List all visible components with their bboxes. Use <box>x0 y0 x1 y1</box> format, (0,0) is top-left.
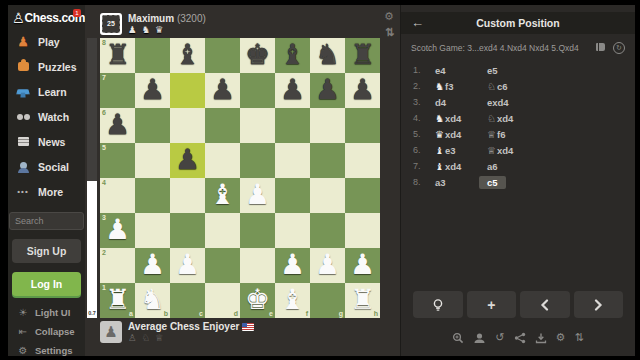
square-g5[interactable] <box>310 143 345 178</box>
sidebar: ♙ Chess.com 1 ♟PlayPuzzlesLearnWatchNews… <box>8 5 85 356</box>
panel-title: Custom Position <box>401 17 635 29</box>
move-row: 6.♝e3♕xd4 <box>401 142 635 158</box>
file-label: a <box>129 310 133 317</box>
square-a6[interactable]: 6♟ <box>100 108 135 143</box>
white-pawn: ♟ <box>135 248 170 283</box>
file-label: f <box>306 310 308 317</box>
square-e8[interactable]: ♚ <box>240 38 275 73</box>
white-move[interactable]: d4 <box>435 97 487 108</box>
piece-icon: ♞ <box>435 113 444 124</box>
controls-row: + <box>413 291 623 318</box>
utility-label: Collapse <box>35 326 75 337</box>
black-king: ♚ <box>240 38 275 73</box>
white-move[interactable]: ♞xd4 <box>435 113 487 124</box>
pawn-logo-icon: ♙ <box>12 11 25 25</box>
square-h8[interactable]: ♜ <box>345 38 380 73</box>
sidebar-item-label: Puzzles <box>38 61 77 73</box>
move-number: 3. <box>413 97 435 107</box>
black-rook: ♜ <box>345 38 380 73</box>
square-e6[interactable] <box>240 108 275 143</box>
square-f4[interactable] <box>275 178 310 213</box>
sidebar-item-watch[interactable]: Watch <box>8 104 85 129</box>
square-c5[interactable]: ♟ <box>170 143 205 178</box>
square-e5[interactable] <box>240 143 275 178</box>
white-move[interactable]: ♝xd4 <box>435 161 487 172</box>
square-d8[interactable] <box>205 38 240 73</box>
square-g2[interactable]: ♟ <box>310 248 345 283</box>
square-d7[interactable]: ♟ <box>205 73 240 108</box>
square-a5[interactable]: 5 <box>100 143 135 178</box>
opening-row: Scotch Game: 3...exd4 4.Nxd4 Nxd4 5.Qxd4… <box>401 34 635 58</box>
watch-icon <box>14 114 32 120</box>
bottom-captured-pieces: ♙ ♘ ♕ <box>128 332 254 343</box>
square-a1[interactable]: 1a♜ <box>100 283 135 318</box>
log-in-button[interactable]: Log In <box>12 272 81 296</box>
settings-icon: ⚙ <box>16 345 30 356</box>
top-player-row: 25 Maximum (3200) ♟ ♞ ♛ <box>100 13 206 35</box>
piece-icon: ♕ <box>487 145 496 156</box>
news-icon <box>14 137 32 146</box>
retry-icon[interactable]: ↺ <box>495 332 504 344</box>
square-f8[interactable]: ♝ <box>275 38 310 73</box>
sidebar-item-more[interactable]: •••More <box>8 179 85 204</box>
square-h5[interactable] <box>345 143 380 178</box>
back-arrow-icon[interactable]: ← <box>411 12 424 34</box>
top-player-rating: (3200) <box>177 13 206 24</box>
black-pawn: ♟ <box>170 143 205 178</box>
square-f6[interactable] <box>275 108 310 143</box>
move-number: 8. <box>413 177 435 187</box>
rank-label: 1 <box>102 284 106 291</box>
square-d5[interactable] <box>205 143 240 178</box>
share-icon[interactable] <box>514 332 526 344</box>
light-icon: ☀ <box>16 307 30 318</box>
sidebar-item-play[interactable]: ♟Play <box>8 29 85 54</box>
black-knight: ♞ <box>310 38 345 73</box>
opening-name[interactable]: Scotch Game: 3...exd4 4.Nxd4 Nxd4 5.Qxd4 <box>411 43 588 53</box>
square-b1[interactable]: b♞ <box>135 283 170 318</box>
move-row: 4.♞xd4♘xd4 <box>401 110 635 126</box>
search-input[interactable] <box>9 212 84 230</box>
black-pawn: ♟ <box>345 73 380 108</box>
file-label: h <box>374 310 378 317</box>
square-h2[interactable]: ♟ <box>345 248 380 283</box>
move-number: 1. <box>413 65 435 75</box>
opening-book-icon[interactable] <box>596 43 605 53</box>
square-e2[interactable] <box>240 248 275 283</box>
square-h3[interactable] <box>345 213 380 248</box>
chevron-right-icon <box>593 299 603 311</box>
move-number: 4. <box>413 113 435 123</box>
engine-level-label: 25 <box>102 15 120 33</box>
square-a4[interactable]: 4 <box>100 178 135 213</box>
square-c8[interactable]: ♝ <box>170 38 205 73</box>
square-g7[interactable]: ♟ <box>310 73 345 108</box>
square-b5[interactable] <box>135 143 170 178</box>
white-bishop: ♝ <box>205 178 240 213</box>
rank-label: 8 <box>102 39 106 46</box>
white-move[interactable]: ♞f3 <box>435 81 487 92</box>
move-number: 5. <box>413 129 435 139</box>
square-e7[interactable] <box>240 73 275 108</box>
square-h6[interactable] <box>345 108 380 143</box>
black-pawn: ♟ <box>310 73 345 108</box>
flip-board-icon[interactable]: ⇅ <box>574 332 583 344</box>
white-pawn: ♟ <box>345 248 380 283</box>
white-pawn: ♟ <box>275 248 310 283</box>
sidebar-item-news[interactable]: News <box>8 129 85 154</box>
square-f1[interactable]: f♝ <box>275 283 310 318</box>
square-a2[interactable]: 2 <box>100 248 135 283</box>
square-a8[interactable]: 8♜ <box>100 38 135 73</box>
board-area: 25 Maximum (3200) ♟ ♞ ♛ ⚙ ⇅ 0.7 8♜♝♚♝♞♜7… <box>85 5 400 356</box>
move-row: 3.d4exd4 <box>401 94 635 110</box>
square-f3[interactable] <box>275 213 310 248</box>
utility-item-light[interactable]: ☀Light UI <box>8 303 85 321</box>
file-label: c <box>199 310 203 317</box>
sidebar-item-puzzles[interactable]: Puzzles <box>8 54 85 79</box>
piece-icon: ♘ <box>487 81 496 92</box>
move-row: 1.e4e5 <box>401 62 635 78</box>
utility-item-settings[interactable]: ⚙Settings <box>8 341 85 359</box>
white-pawn: ♟ <box>310 248 345 283</box>
square-g4[interactable] <box>310 178 345 213</box>
file-label: d <box>234 310 238 317</box>
rank-label: 3 <box>102 214 106 221</box>
more-icon: ••• <box>14 187 32 196</box>
sidebar-item-label: More <box>38 186 63 198</box>
bottom-player-name[interactable]: Average Chess Enjoyer <box>128 321 254 332</box>
square-c7[interactable] <box>170 73 205 108</box>
white-move[interactable]: ♛xd4 <box>435 129 487 140</box>
piece-icon: ♘ <box>487 113 496 124</box>
move-row: 7.♝xd4a6 <box>401 158 635 174</box>
sidebar-item-label: Play <box>38 36 60 48</box>
black-pawn: ♟ <box>275 73 310 108</box>
sidebar-nav: ♟PlayPuzzlesLearnWatchNewsSocial•••More <box>8 29 85 204</box>
move-number: 6. <box>413 145 435 155</box>
square-c3[interactable] <box>170 213 205 248</box>
move-row: 2.♞f3♘c6 <box>401 78 635 94</box>
square-a7[interactable]: 7 <box>100 73 135 108</box>
analysis-panel: ← Custom Position Scotch Game: 3...exd4 … <box>400 5 635 356</box>
engine-avatar[interactable]: 25 <box>100 13 122 35</box>
notification-badge: 1 <box>73 9 81 17</box>
black-pawn: ♟ <box>135 73 170 108</box>
chesscom-logo[interactable]: ♙ Chess.com 1 <box>8 5 85 29</box>
social-icon <box>14 165 32 169</box>
sidebar-item-label: Social <box>38 161 69 173</box>
square-d6[interactable] <box>205 108 240 143</box>
square-d1[interactable]: d <box>205 283 240 318</box>
square-c1[interactable]: c <box>170 283 205 318</box>
black-move[interactable]: exd4 <box>487 97 539 108</box>
black-move[interactable]: ♘xd4 <box>487 113 539 124</box>
sign-up-button[interactable]: Sign Up <box>12 239 81 263</box>
square-g1[interactable]: g <box>310 283 345 318</box>
square-c6[interactable] <box>170 108 205 143</box>
square-g3[interactable] <box>310 213 345 248</box>
move-row: 8.a3c5 <box>401 174 635 190</box>
square-f7[interactable]: ♟ <box>275 73 310 108</box>
square-f5[interactable] <box>275 143 310 178</box>
bottom-player-row: ♟ Average Chess Enjoyer ♙ ♘ ♕ <box>100 321 254 343</box>
rank-label: 5 <box>102 144 106 151</box>
play-icon: ♟ <box>14 34 32 49</box>
square-d2[interactable] <box>205 248 240 283</box>
hint-button[interactable] <box>413 291 463 318</box>
sidebar-item-learn[interactable]: Learn <box>8 79 85 104</box>
piece-icon: ♕ <box>487 129 496 140</box>
zoom-icon[interactable] <box>452 332 464 344</box>
file-label: e <box>269 310 273 317</box>
square-a3[interactable]: 3♟ <box>100 213 135 248</box>
board-settings-icon[interactable]: ⚙ <box>384 10 394 23</box>
settings-icon[interactable]: ⚙ <box>556 332 566 344</box>
square-e3[interactable] <box>240 213 275 248</box>
square-b8[interactable] <box>135 38 170 73</box>
top-captured-pieces: ♟ ♞ ♛ <box>128 24 206 35</box>
evaluation-bar: 0.7 <box>87 38 97 318</box>
sidebar-item-label: Watch <box>38 111 69 123</box>
rank-label: 7 <box>102 74 106 81</box>
puzzles-icon <box>14 62 32 71</box>
rank-label: 6 <box>102 109 106 116</box>
square-b2[interactable]: ♟ <box>135 248 170 283</box>
move-number: 7. <box>413 161 435 171</box>
sidebar-utilities: ☀Light UI⇤Collapse⚙Settings?Help <box>8 303 85 360</box>
file-label: b <box>164 310 168 317</box>
black-move[interactable]: ♕xd4 <box>487 145 539 156</box>
black-move[interactable]: c5 <box>479 176 506 189</box>
square-c4[interactable] <box>170 178 205 213</box>
square-d4[interactable]: ♝ <box>205 178 240 213</box>
square-b4[interactable] <box>135 178 170 213</box>
eval-black-section <box>87 38 97 181</box>
sidebar-item-label: News <box>38 136 65 148</box>
piece-icon: ♝ <box>435 161 444 172</box>
white-move[interactable]: e4 <box>435 65 487 76</box>
user-avatar[interactable]: ♟ <box>100 321 122 343</box>
chevron-left-icon <box>540 299 550 311</box>
eval-score: 0.7 <box>87 310 97 316</box>
move-list: 1.e4e52.♞f3♘c63.d4exd44.♞xd4♘xd45.♛xd4♕f… <box>401 62 635 190</box>
flip-board-icon[interactable]: ⇅ <box>385 26 394 39</box>
white-pawn: ♟ <box>240 178 275 213</box>
utility-item-collapse[interactable]: ⇤Collapse <box>8 322 85 340</box>
move-row: 5.♛xd4♕f6 <box>401 126 635 142</box>
piece-icon: ♞ <box>435 81 444 92</box>
learn-icon <box>14 88 32 95</box>
square-e4[interactable]: ♟ <box>240 178 275 213</box>
chess-board[interactable]: 8♜♝♚♝♞♜7♟♟♟♟♟6♟5♟4♝♟3♟2♟♟♟♟♟1a♜b♞cde♚f♝g… <box>100 38 380 318</box>
move-number: 2. <box>413 81 435 91</box>
square-g6[interactable] <box>310 108 345 143</box>
panel-header: ← Custom Position <box>401 12 635 34</box>
black-move[interactable]: ♘c6 <box>487 81 539 92</box>
square-b3[interactable] <box>135 213 170 248</box>
eval-white-section: 0.7 <box>87 181 97 318</box>
next-move-button[interactable] <box>574 291 624 318</box>
white-pawn: ♟ <box>170 248 205 283</box>
black-pawn: ♟ <box>205 73 240 108</box>
previous-move-button[interactable] <box>520 291 570 318</box>
black-bishop: ♝ <box>170 38 205 73</box>
rank-label: 2 <box>102 249 106 256</box>
square-g8[interactable]: ♞ <box>310 38 345 73</box>
add-move-button[interactable]: + <box>467 291 517 318</box>
square-h4[interactable] <box>345 178 380 213</box>
black-move[interactable]: a6 <box>487 161 539 172</box>
square-c2[interactable]: ♟ <box>170 248 205 283</box>
lightbulb-icon <box>431 298 445 312</box>
collapse-icon: ⇤ <box>16 326 30 337</box>
top-player-name[interactable]: Maximum (3200) <box>128 13 206 24</box>
white-move[interactable]: ♝e3 <box>435 145 487 156</box>
square-b7[interactable]: ♟ <box>135 73 170 108</box>
sidebar-item-social[interactable]: Social <box>8 154 85 179</box>
square-h1[interactable]: h♜ <box>345 283 380 318</box>
self-analysis-icon[interactable] <box>473 332 486 344</box>
panel-footer-icons: ↺⚙⇅ <box>401 332 635 344</box>
black-bishop: ♝ <box>275 38 310 73</box>
rank-label: 4 <box>102 179 106 186</box>
sidebar-item-label: Learn <box>38 86 67 98</box>
square-b6[interactable] <box>135 108 170 143</box>
square-f2[interactable]: ♟ <box>275 248 310 283</box>
square-e1[interactable]: e♚ <box>240 283 275 318</box>
utility-label: Light UI <box>35 307 70 318</box>
utility-label: Settings <box>35 345 72 356</box>
black-move[interactable]: e5 <box>487 65 539 76</box>
square-h7[interactable]: ♟ <box>345 73 380 108</box>
black-move[interactable]: ♕f6 <box>487 129 539 140</box>
piece-icon: ♛ <box>435 129 444 140</box>
piece-icon: ♝ <box>435 145 444 156</box>
us-flag-icon <box>242 323 254 331</box>
square-d3[interactable] <box>205 213 240 248</box>
download-icon[interactable] <box>535 332 547 344</box>
file-label: g <box>339 310 343 317</box>
explorer-toggle-icon[interactable]: ↻ <box>613 42 625 54</box>
